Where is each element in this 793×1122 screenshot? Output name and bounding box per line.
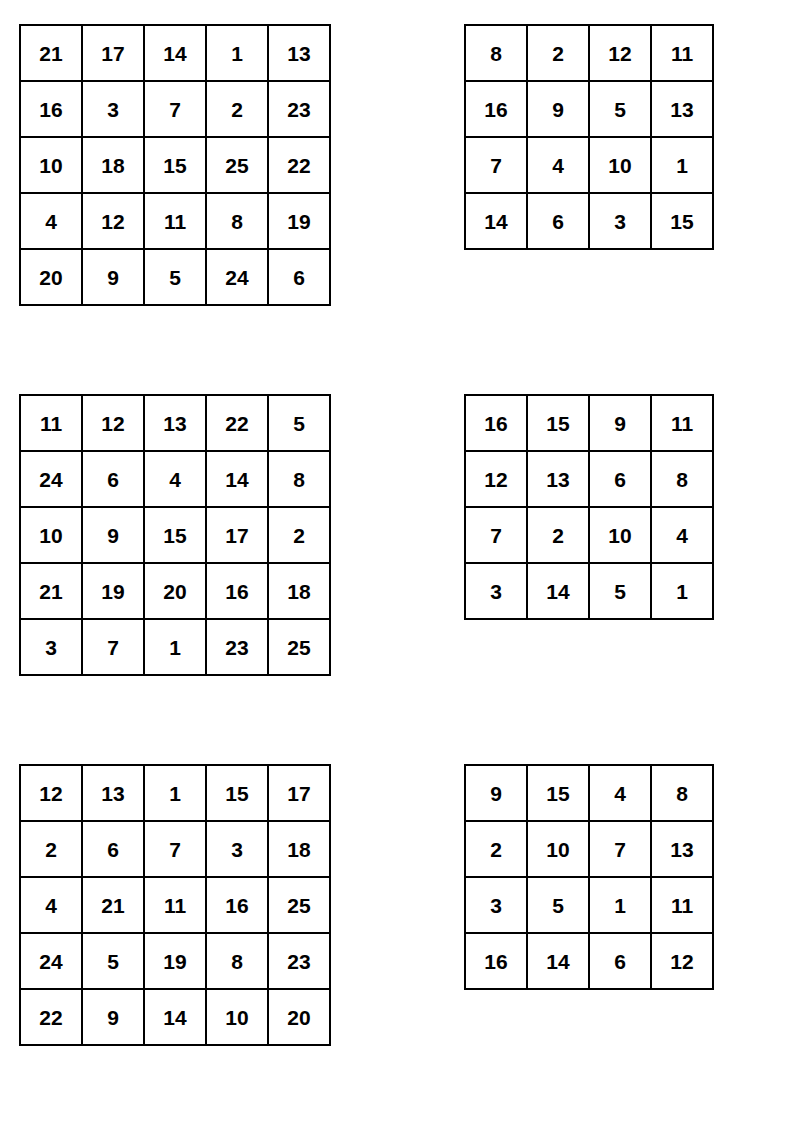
grid-cell-r1c1: 12 <box>21 766 81 820</box>
grid-cell-r1c1: 16 <box>466 396 526 450</box>
grid-cell-r5c3: 5 <box>145 250 205 304</box>
grid-cell-r2c1: 12 <box>466 452 526 506</box>
grid-cell-r4c3: 20 <box>145 564 205 618</box>
grid-cell-r3c4: 11 <box>652 878 712 932</box>
grid-cell-r3c4: 16 <box>207 878 267 932</box>
grid-cell-r3c5: 25 <box>269 878 329 932</box>
grid-cell-r2c3: 6 <box>590 452 650 506</box>
grid-cell-r4c4: 15 <box>652 194 712 248</box>
grid-cell-r4c3: 3 <box>590 194 650 248</box>
grid-cell-r3c2: 5 <box>528 878 588 932</box>
grid-cell-r1c3: 4 <box>590 766 650 820</box>
grid-cell-r2c4: 14 <box>207 452 267 506</box>
number-grid-3: 1112132252464148109151722119201618371232… <box>19 394 331 676</box>
grid-cell-r3c3: 1 <box>590 878 650 932</box>
number-grid-5: 1213115172673184211116252451982322914102… <box>19 764 331 1046</box>
grid-cell-r1c2: 13 <box>83 766 143 820</box>
grid-cell-r2c1: 16 <box>466 82 526 136</box>
grid-cell-r2c1: 2 <box>21 822 81 876</box>
grid-cell-r1c3: 14 <box>145 26 205 80</box>
grid-cell-r3c4: 17 <box>207 508 267 562</box>
grid-cell-r2c4: 13 <box>652 822 712 876</box>
grid-cell-r3c3: 15 <box>145 508 205 562</box>
grid-cell-r1c1: 8 <box>466 26 526 80</box>
grid-cell-r3c2: 2 <box>528 508 588 562</box>
grid-cell-r3c2: 21 <box>83 878 143 932</box>
grid-cell-r4c3: 19 <box>145 934 205 988</box>
grid-cell-r2c5: 23 <box>269 82 329 136</box>
grid-cell-r3c1: 10 <box>21 138 81 192</box>
grid-cell-r1c4: 15 <box>207 766 267 820</box>
number-grid-1: 2117141131637223101815252241211819209524… <box>19 24 331 306</box>
grid-cell-r5c1: 20 <box>21 250 81 304</box>
grid-cell-r2c3: 7 <box>590 822 650 876</box>
grid-cell-r1c5: 17 <box>269 766 329 820</box>
grid-cell-r4c2: 14 <box>528 934 588 988</box>
grid-cell-r5c2: 9 <box>83 250 143 304</box>
grid-cell-r2c1: 24 <box>21 452 81 506</box>
grid-cell-r5c4: 23 <box>207 620 267 674</box>
grid-cell-r4c2: 19 <box>83 564 143 618</box>
grid-cell-r1c4: 1 <box>207 26 267 80</box>
grid-cell-r2c2: 9 <box>528 82 588 136</box>
grid-cell-r5c3: 14 <box>145 990 205 1044</box>
grid-cell-r3c4: 4 <box>652 508 712 562</box>
grid-cell-r5c5: 6 <box>269 250 329 304</box>
grid-cell-r3c2: 4 <box>528 138 588 192</box>
grid-cell-r2c2: 3 <box>83 82 143 136</box>
grid-cell-r4c5: 19 <box>269 194 329 248</box>
grid-cell-r1c1: 21 <box>21 26 81 80</box>
grid-cell-r5c5: 25 <box>269 620 329 674</box>
grid-cell-r4c2: 6 <box>528 194 588 248</box>
grid-cell-r1c2: 17 <box>83 26 143 80</box>
grid-cell-r4c1: 3 <box>466 564 526 618</box>
grid-cell-r2c1: 2 <box>466 822 526 876</box>
grid-cell-r3c2: 18 <box>83 138 143 192</box>
number-grid-4: 16159111213687210431451 <box>464 394 714 620</box>
grid-cell-r1c2: 12 <box>83 396 143 450</box>
grid-cell-r5c4: 10 <box>207 990 267 1044</box>
grid-cell-r4c2: 5 <box>83 934 143 988</box>
grid-cell-r2c4: 2 <box>207 82 267 136</box>
grid-cell-r3c5: 22 <box>269 138 329 192</box>
grid-cell-r3c4: 25 <box>207 138 267 192</box>
grid-cell-r3c2: 9 <box>83 508 143 562</box>
grid-cell-r2c4: 13 <box>652 82 712 136</box>
grid-cell-r3c1: 10 <box>21 508 81 562</box>
grid-cell-r4c4: 16 <box>207 564 267 618</box>
grid-cell-r2c3: 4 <box>145 452 205 506</box>
grid-cell-r1c2: 15 <box>528 766 588 820</box>
grid-cell-r2c2: 6 <box>83 822 143 876</box>
grid-cell-r1c3: 12 <box>590 26 650 80</box>
grid-cell-r3c1: 7 <box>466 508 526 562</box>
grid-cell-r1c4: 11 <box>652 396 712 450</box>
grid-cell-r4c1: 24 <box>21 934 81 988</box>
grid-cell-r2c2: 6 <box>83 452 143 506</box>
grid-cell-r4c3: 11 <box>145 194 205 248</box>
grid-cell-r3c3: 10 <box>590 508 650 562</box>
grid-cell-r5c5: 20 <box>269 990 329 1044</box>
grid-cell-r5c4: 24 <box>207 250 267 304</box>
grid-cell-r2c3: 5 <box>590 82 650 136</box>
grid-cell-r2c4: 8 <box>652 452 712 506</box>
grid-cell-r4c5: 23 <box>269 934 329 988</box>
grid-cell-r4c1: 21 <box>21 564 81 618</box>
grid-cell-r3c1: 4 <box>21 878 81 932</box>
grid-cell-r2c2: 10 <box>528 822 588 876</box>
grid-cell-r4c1: 4 <box>21 194 81 248</box>
grid-cell-r1c1: 9 <box>466 766 526 820</box>
grid-cell-r5c2: 7 <box>83 620 143 674</box>
grid-cell-r4c1: 16 <box>466 934 526 988</box>
grid-cell-r4c4: 8 <box>207 934 267 988</box>
grid-cell-r4c4: 1 <box>652 564 712 618</box>
grid-cell-r4c2: 14 <box>528 564 588 618</box>
grid-cell-r3c4: 1 <box>652 138 712 192</box>
grid-cell-r1c4: 8 <box>652 766 712 820</box>
grid-cell-r4c2: 12 <box>83 194 143 248</box>
grid-cell-r2c5: 18 <box>269 822 329 876</box>
grid-cell-r1c4: 22 <box>207 396 267 450</box>
grid-cell-r4c3: 6 <box>590 934 650 988</box>
grid-cell-r5c3: 1 <box>145 620 205 674</box>
grid-cell-r4c1: 14 <box>466 194 526 248</box>
grid-cell-r4c5: 18 <box>269 564 329 618</box>
grid-cell-r3c5: 2 <box>269 508 329 562</box>
number-grid-6: 91548210713351111614612 <box>464 764 714 990</box>
grid-cell-r1c1: 11 <box>21 396 81 450</box>
grid-cell-r2c1: 16 <box>21 82 81 136</box>
grid-cell-r2c4: 3 <box>207 822 267 876</box>
grid-cell-r3c1: 3 <box>466 878 526 932</box>
grid-cell-r1c3: 9 <box>590 396 650 450</box>
grid-cell-r1c2: 2 <box>528 26 588 80</box>
grid-cell-r5c2: 9 <box>83 990 143 1044</box>
grid-cell-r2c5: 8 <box>269 452 329 506</box>
worksheet-page: 2117141131637223101815252241211819209524… <box>0 0 793 1122</box>
grid-cell-r1c3: 1 <box>145 766 205 820</box>
grid-cell-r3c3: 10 <box>590 138 650 192</box>
grid-cell-r3c3: 15 <box>145 138 205 192</box>
grid-cell-r4c4: 8 <box>207 194 267 248</box>
grid-cell-r4c3: 5 <box>590 564 650 618</box>
grid-cell-r3c3: 11 <box>145 878 205 932</box>
grid-cell-r1c4: 11 <box>652 26 712 80</box>
grid-cell-r4c4: 12 <box>652 934 712 988</box>
grid-cell-r2c3: 7 <box>145 82 205 136</box>
grid-cell-r1c3: 13 <box>145 396 205 450</box>
grid-cell-r2c2: 13 <box>528 452 588 506</box>
number-grid-2: 82121116951374101146315 <box>464 24 714 250</box>
grid-cell-r1c5: 13 <box>269 26 329 80</box>
grid-cell-r5c1: 22 <box>21 990 81 1044</box>
grid-cell-r2c3: 7 <box>145 822 205 876</box>
grid-cell-r1c2: 15 <box>528 396 588 450</box>
grid-cell-r5c1: 3 <box>21 620 81 674</box>
grid-cell-r3c1: 7 <box>466 138 526 192</box>
grid-cell-r1c5: 5 <box>269 396 329 450</box>
